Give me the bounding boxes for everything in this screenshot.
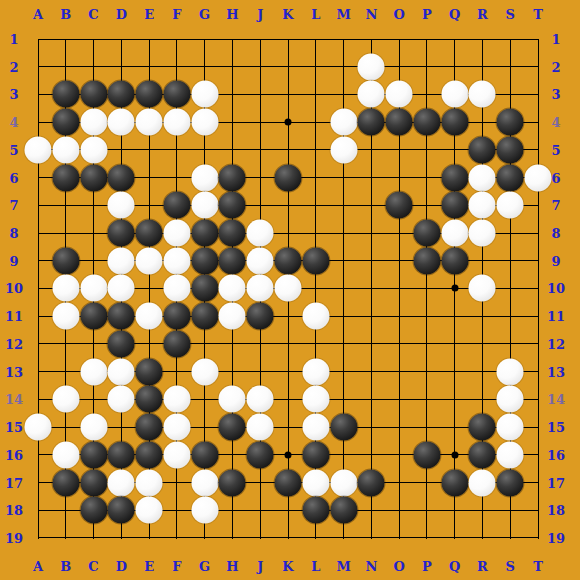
- stone-black[interactable]: [108, 441, 135, 468]
- stone-black[interactable]: [52, 247, 79, 274]
- row-label-left-14: 14: [5, 392, 23, 407]
- stone-black[interactable]: [413, 441, 440, 468]
- stone-black[interactable]: [247, 303, 274, 330]
- stone-white[interactable]: [108, 109, 135, 136]
- row-label-right-1: 1: [551, 32, 560, 47]
- row-label-right-8: 8: [551, 226, 560, 241]
- stone-white[interactable]: [136, 303, 163, 330]
- stone-white[interactable]: [302, 386, 329, 413]
- stone-white[interactable]: [108, 358, 135, 385]
- stone-black[interactable]: [413, 220, 440, 247]
- stone-white[interactable]: [136, 497, 163, 524]
- row-label-left-17: 17: [5, 475, 23, 490]
- stone-black[interactable]: [386, 109, 413, 136]
- stone-black[interactable]: [108, 81, 135, 108]
- stone-black[interactable]: [330, 497, 357, 524]
- col-label-bottom-M: M: [336, 559, 350, 574]
- go-board[interactable]: AABBCCDDEEFFGGHHJJKKLLMMNNOOPPQQRRSSTT11…: [0, 0, 580, 580]
- row-label-right-13: 13: [547, 364, 565, 379]
- col-label-top-Q: Q: [449, 7, 460, 22]
- stone-black[interactable]: [108, 330, 135, 357]
- row-label-right-17: 17: [547, 475, 565, 490]
- stone-white[interactable]: [330, 109, 357, 136]
- stone-white[interactable]: [136, 247, 163, 274]
- col-label-top-T: T: [533, 7, 543, 22]
- row-label-right-9: 9: [551, 253, 560, 268]
- stone-white[interactable]: [80, 358, 107, 385]
- stone-white[interactable]: [163, 109, 190, 136]
- stone-white[interactable]: [497, 358, 524, 385]
- col-label-bottom-J: J: [257, 559, 263, 574]
- stone-white[interactable]: [191, 164, 218, 191]
- col-label-bottom-B: B: [60, 559, 71, 574]
- grid-line-horizontal: [38, 66, 539, 67]
- row-label-right-12: 12: [547, 336, 565, 351]
- stone-white[interactable]: [25, 136, 52, 163]
- col-label-top-L: L: [311, 7, 320, 22]
- row-label-left-16: 16: [5, 447, 23, 462]
- stone-white[interactable]: [191, 192, 218, 219]
- stone-white[interactable]: [469, 220, 496, 247]
- row-label-right-18: 18: [547, 503, 565, 518]
- stone-white[interactable]: [108, 247, 135, 274]
- row-label-left-18: 18: [5, 503, 23, 518]
- stone-black[interactable]: [108, 220, 135, 247]
- stone-white[interactable]: [219, 275, 246, 302]
- col-label-top-G: G: [199, 7, 210, 22]
- stone-black[interactable]: [163, 81, 190, 108]
- stone-black[interactable]: [358, 469, 385, 496]
- stone-black[interactable]: [52, 81, 79, 108]
- stone-white[interactable]: [108, 469, 135, 496]
- stone-white[interactable]: [302, 469, 329, 496]
- stone-black[interactable]: [52, 164, 79, 191]
- row-label-right-6: 6: [551, 170, 560, 185]
- stone-white[interactable]: [191, 469, 218, 496]
- grid-line-horizontal: [38, 39, 539, 40]
- col-label-bottom-O: O: [393, 559, 404, 574]
- row-label-right-15: 15: [547, 420, 565, 435]
- row-label-left-4: 4: [9, 115, 18, 130]
- stone-white[interactable]: [247, 414, 274, 441]
- stone-black[interactable]: [80, 303, 107, 330]
- row-label-right-7: 7: [551, 198, 560, 213]
- stone-black[interactable]: [191, 303, 218, 330]
- row-label-left-3: 3: [9, 87, 18, 102]
- stone-white[interactable]: [358, 53, 385, 80]
- row-label-left-6: 6: [9, 170, 18, 185]
- row-label-right-5: 5: [551, 142, 560, 157]
- go-board-screenshot: AABBCCDDEEFFGGHHJJKKLLMMNNOOPPQQRRSSTT11…: [0, 0, 580, 580]
- stone-black[interactable]: [275, 164, 302, 191]
- col-label-top-K: K: [282, 7, 293, 22]
- stone-white[interactable]: [108, 275, 135, 302]
- stone-white[interactable]: [163, 386, 190, 413]
- stone-black[interactable]: [191, 247, 218, 274]
- stone-white[interactable]: [247, 220, 274, 247]
- stone-black[interactable]: [136, 386, 163, 413]
- col-label-top-A: A: [33, 7, 43, 22]
- stone-white[interactable]: [302, 414, 329, 441]
- stone-black[interactable]: [219, 164, 246, 191]
- stone-black[interactable]: [80, 441, 107, 468]
- col-label-bottom-C: C: [88, 559, 98, 574]
- stone-white[interactable]: [469, 81, 496, 108]
- stone-black[interactable]: [302, 441, 329, 468]
- stone-white[interactable]: [108, 386, 135, 413]
- stone-black[interactable]: [386, 192, 413, 219]
- row-label-left-13: 13: [5, 364, 23, 379]
- stone-black[interactable]: [469, 441, 496, 468]
- stone-black[interactable]: [136, 441, 163, 468]
- stone-white[interactable]: [163, 247, 190, 274]
- stone-white[interactable]: [52, 136, 79, 163]
- stone-white[interactable]: [136, 469, 163, 496]
- row-label-left-8: 8: [9, 226, 18, 241]
- stone-black[interactable]: [275, 469, 302, 496]
- stone-black[interactable]: [275, 247, 302, 274]
- stone-black[interactable]: [219, 414, 246, 441]
- stone-black[interactable]: [413, 109, 440, 136]
- stone-white[interactable]: [80, 136, 107, 163]
- stone-white[interactable]: [25, 414, 52, 441]
- row-label-right-11: 11: [547, 309, 565, 324]
- col-label-top-D: D: [116, 7, 127, 22]
- stone-white[interactable]: [80, 109, 107, 136]
- stone-white[interactable]: [469, 275, 496, 302]
- col-label-top-H: H: [226, 7, 238, 22]
- stone-white[interactable]: [330, 469, 357, 496]
- col-label-bottom-P: P: [422, 559, 432, 574]
- stone-white[interactable]: [525, 164, 552, 191]
- stone-black[interactable]: [219, 192, 246, 219]
- stone-white[interactable]: [163, 275, 190, 302]
- stone-black[interactable]: [80, 469, 107, 496]
- stone-white[interactable]: [191, 109, 218, 136]
- stone-black[interactable]: [441, 164, 468, 191]
- stone-black[interactable]: [163, 303, 190, 330]
- col-label-top-E: E: [144, 7, 154, 22]
- stone-white[interactable]: [80, 414, 107, 441]
- col-label-top-J: J: [257, 7, 263, 22]
- col-label-top-P: P: [422, 7, 432, 22]
- row-label-left-10: 10: [5, 281, 23, 296]
- stone-black[interactable]: [52, 469, 79, 496]
- stone-white[interactable]: [302, 358, 329, 385]
- stone-black[interactable]: [441, 109, 468, 136]
- col-label-top-F: F: [172, 7, 181, 22]
- stone-black[interactable]: [302, 247, 329, 274]
- stone-black[interactable]: [358, 109, 385, 136]
- col-label-top-O: O: [393, 7, 404, 22]
- col-label-top-N: N: [365, 7, 377, 22]
- col-label-bottom-Q: Q: [449, 559, 460, 574]
- stone-white[interactable]: [497, 192, 524, 219]
- stone-white[interactable]: [469, 164, 496, 191]
- stone-white[interactable]: [136, 109, 163, 136]
- stone-black[interactable]: [191, 275, 218, 302]
- col-label-bottom-A: A: [33, 559, 43, 574]
- stone-black[interactable]: [108, 164, 135, 191]
- col-label-bottom-L: L: [311, 559, 320, 574]
- stone-black[interactable]: [191, 220, 218, 247]
- stone-white[interactable]: [191, 358, 218, 385]
- col-label-bottom-S: S: [506, 559, 515, 574]
- col-label-bottom-D: D: [116, 559, 127, 574]
- col-label-bottom-R: R: [477, 559, 488, 574]
- stone-white[interactable]: [52, 441, 79, 468]
- stone-black[interactable]: [497, 164, 524, 191]
- row-label-right-10: 10: [547, 281, 565, 296]
- stone-white[interactable]: [497, 441, 524, 468]
- row-label-right-19: 19: [547, 530, 565, 545]
- stone-black[interactable]: [219, 220, 246, 247]
- col-label-bottom-F: F: [172, 559, 181, 574]
- stone-white[interactable]: [386, 81, 413, 108]
- stone-white[interactable]: [497, 386, 524, 413]
- stone-white[interactable]: [247, 386, 274, 413]
- stone-black[interactable]: [136, 81, 163, 108]
- stone-white[interactable]: [275, 275, 302, 302]
- stone-black[interactable]: [469, 136, 496, 163]
- stone-white[interactable]: [108, 192, 135, 219]
- stone-black[interactable]: [497, 136, 524, 163]
- stone-black[interactable]: [108, 497, 135, 524]
- stone-white[interactable]: [497, 414, 524, 441]
- row-label-left-5: 5: [9, 142, 18, 157]
- grid-line-horizontal: [38, 537, 539, 538]
- stone-white[interactable]: [52, 275, 79, 302]
- grid-line-horizontal: [38, 427, 539, 428]
- stone-white[interactable]: [219, 303, 246, 330]
- col-label-bottom-N: N: [365, 559, 377, 574]
- col-label-bottom-T: T: [533, 559, 543, 574]
- stone-black[interactable]: [219, 469, 246, 496]
- row-label-right-16: 16: [547, 447, 565, 462]
- stone-black[interactable]: [163, 192, 190, 219]
- row-label-left-7: 7: [9, 198, 18, 213]
- stone-white[interactable]: [52, 303, 79, 330]
- stone-white[interactable]: [163, 441, 190, 468]
- stone-white[interactable]: [52, 386, 79, 413]
- col-label-bottom-K: K: [282, 559, 293, 574]
- stone-white[interactable]: [219, 386, 246, 413]
- row-label-left-1: 1: [9, 32, 18, 47]
- stone-white[interactable]: [302, 303, 329, 330]
- row-label-left-2: 2: [9, 59, 18, 74]
- stone-black[interactable]: [497, 109, 524, 136]
- grid-line-vertical: [538, 39, 539, 539]
- stone-black[interactable]: [247, 441, 274, 468]
- stone-white[interactable]: [247, 247, 274, 274]
- stone-white[interactable]: [247, 275, 274, 302]
- star-point-hoshi: [285, 119, 292, 126]
- col-label-bottom-H: H: [226, 559, 238, 574]
- col-label-top-M: M: [336, 7, 350, 22]
- grid-line-vertical: [38, 39, 39, 539]
- stone-black[interactable]: [302, 497, 329, 524]
- stone-black[interactable]: [469, 414, 496, 441]
- stone-black[interactable]: [330, 414, 357, 441]
- col-label-top-R: R: [477, 7, 488, 22]
- stone-black[interactable]: [52, 109, 79, 136]
- col-label-top-B: B: [60, 7, 71, 22]
- star-point-hoshi: [451, 285, 458, 292]
- col-label-bottom-G: G: [199, 559, 210, 574]
- stone-white[interactable]: [191, 81, 218, 108]
- row-label-right-3: 3: [551, 87, 560, 102]
- stone-white[interactable]: [358, 81, 385, 108]
- stone-white[interactable]: [163, 414, 190, 441]
- stone-black[interactable]: [80, 81, 107, 108]
- stone-black[interactable]: [136, 414, 163, 441]
- stone-white[interactable]: [441, 220, 468, 247]
- star-point-hoshi: [451, 451, 458, 458]
- row-label-left-12: 12: [5, 336, 23, 351]
- grid-line-horizontal: [38, 149, 539, 150]
- row-label-right-2: 2: [551, 59, 560, 74]
- stone-white[interactable]: [330, 136, 357, 163]
- stone-black[interactable]: [136, 220, 163, 247]
- stone-white[interactable]: [441, 81, 468, 108]
- stone-black[interactable]: [441, 192, 468, 219]
- stone-black[interactable]: [80, 497, 107, 524]
- stone-white[interactable]: [469, 469, 496, 496]
- stone-black[interactable]: [108, 303, 135, 330]
- stone-white[interactable]: [469, 192, 496, 219]
- stone-white[interactable]: [163, 220, 190, 247]
- stone-white[interactable]: [191, 497, 218, 524]
- stone-black[interactable]: [441, 247, 468, 274]
- stone-black[interactable]: [191, 441, 218, 468]
- row-label-left-9: 9: [9, 253, 18, 268]
- row-label-left-11: 11: [5, 309, 23, 324]
- stone-black[interactable]: [413, 247, 440, 274]
- stone-black[interactable]: [163, 330, 190, 357]
- col-label-top-S: S: [506, 7, 515, 22]
- stone-black[interactable]: [441, 469, 468, 496]
- stone-black[interactable]: [219, 247, 246, 274]
- stone-white[interactable]: [80, 275, 107, 302]
- stone-black[interactable]: [136, 358, 163, 385]
- row-label-right-14: 14: [547, 392, 565, 407]
- col-label-bottom-E: E: [144, 559, 154, 574]
- stone-black[interactable]: [497, 469, 524, 496]
- row-label-right-4: 4: [551, 115, 560, 130]
- star-point-hoshi: [285, 451, 292, 458]
- row-label-left-19: 19: [5, 530, 23, 545]
- col-label-top-C: C: [88, 7, 98, 22]
- stone-black[interactable]: [80, 164, 107, 191]
- row-label-left-15: 15: [5, 420, 23, 435]
